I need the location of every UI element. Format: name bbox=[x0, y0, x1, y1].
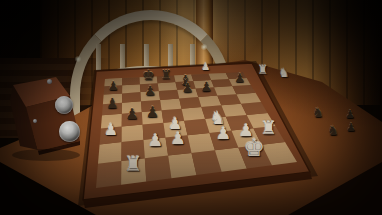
piece-white-pawn-d2[interactable]: ♟ bbox=[170, 130, 186, 148]
captured-black-pawn[interactable]: ♟ bbox=[345, 109, 355, 120]
piece-layer: ♜♚♟♝♟♟♟♟♟♟♟♞♟♜♟♟♟♟♟♚♜♟♜♞♞♟♞♟ bbox=[0, 0, 382, 215]
chess-game-scene: ♜♚♟♝♟♟♟♟♟♟♟♞♟♜♟♟♟♟♟♚♜♟♜♞♞♟♞♟ bbox=[0, 0, 382, 215]
captured-black-knight[interactable]: ♞ bbox=[312, 106, 324, 119]
captured-white-knight[interactable]: ♞ bbox=[279, 67, 290, 79]
piece-black-rook-d8[interactable]: ♜ bbox=[160, 69, 171, 81]
piece-white-rook-b1[interactable]: ♜ bbox=[124, 153, 143, 174]
piece-black-pawn-a5[interactable]: ♟ bbox=[106, 97, 118, 111]
piece-white-pawn-f2[interactable]: ♟ bbox=[215, 125, 231, 143]
piece-black-pawn-f6[interactable]: ♟ bbox=[200, 81, 212, 94]
piece-black-pawn-h7[interactable]: ♟ bbox=[234, 72, 245, 84]
piece-black-pawn-c4[interactable]: ♟ bbox=[146, 105, 159, 120]
piece-black-pawn-c6[interactable]: ♟ bbox=[144, 85, 156, 98]
captured-black-knight[interactable]: ♞ bbox=[327, 124, 339, 137]
piece-black-pawn-a7[interactable]: ♟ bbox=[108, 80, 119, 92]
piece-black-pawn-e6[interactable]: ♟ bbox=[182, 82, 194, 95]
piece-white-king-g1[interactable]: ♚ bbox=[244, 136, 266, 160]
piece-white-pawn-c2[interactable]: ♟ bbox=[148, 133, 164, 151]
captured-white-pawn[interactable]: ♟ bbox=[202, 62, 211, 72]
captured-black-pawn[interactable]: ♟ bbox=[346, 122, 356, 133]
captured-white-rook[interactable]: ♜ bbox=[258, 64, 269, 76]
piece-black-king-c8[interactable]: ♚ bbox=[142, 68, 155, 82]
piece-white-pawn-a3[interactable]: ♟ bbox=[104, 122, 118, 138]
piece-black-pawn-b4[interactable]: ♟ bbox=[125, 107, 138, 122]
